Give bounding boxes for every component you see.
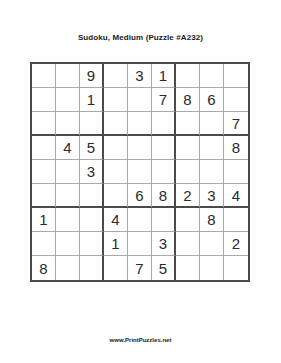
cell-r8c1 <box>32 232 56 256</box>
cell-r4c9: 8 <box>224 136 248 160</box>
cell-r4c2: 4 <box>56 136 80 160</box>
cell-r3c4 <box>104 112 128 136</box>
cell-r1c9 <box>224 64 248 88</box>
cell-r6c6: 8 <box>152 184 176 208</box>
page: Sudoku, Medium (Puzzle #A232) 9311786745… <box>0 0 281 363</box>
cell-r8c2 <box>56 232 80 256</box>
cell-r8c3 <box>80 232 104 256</box>
cell-r9c5: 7 <box>128 256 152 280</box>
cell-r2c3: 1 <box>80 88 104 112</box>
cell-r3c2 <box>56 112 80 136</box>
cell-r4c3: 5 <box>80 136 104 160</box>
cell-r7c4: 4 <box>104 208 128 232</box>
cell-r1c2 <box>56 64 80 88</box>
cell-r2c6: 7 <box>152 88 176 112</box>
cell-r4c7 <box>176 136 200 160</box>
cell-r5c2 <box>56 160 80 184</box>
cell-r8c7 <box>176 232 200 256</box>
cell-r9c4 <box>104 256 128 280</box>
cell-r9c1: 8 <box>32 256 56 280</box>
cell-r7c7 <box>176 208 200 232</box>
cell-r6c4 <box>104 184 128 208</box>
cell-r3c7 <box>176 112 200 136</box>
cell-r6c9: 4 <box>224 184 248 208</box>
cell-r3c8 <box>200 112 224 136</box>
cell-r6c3 <box>80 184 104 208</box>
cell-r8c4: 1 <box>104 232 128 256</box>
cell-r8c8 <box>200 232 224 256</box>
cell-r5c7 <box>176 160 200 184</box>
cell-r1c7 <box>176 64 200 88</box>
cell-r7c2 <box>56 208 80 232</box>
cell-r2c9 <box>224 88 248 112</box>
cell-r4c5 <box>128 136 152 160</box>
cell-r2c5 <box>128 88 152 112</box>
cell-r2c8: 6 <box>200 88 224 112</box>
cell-r7c1: 1 <box>32 208 56 232</box>
cell-r2c4 <box>104 88 128 112</box>
cell-r1c5: 3 <box>128 64 152 88</box>
cell-r9c7 <box>176 256 200 280</box>
cell-r8c5 <box>128 232 152 256</box>
cell-r5c3: 3 <box>80 160 104 184</box>
cell-r3c6 <box>152 112 176 136</box>
cell-r1c6: 1 <box>152 64 176 88</box>
cell-r9c3 <box>80 256 104 280</box>
cell-r1c3: 9 <box>80 64 104 88</box>
cell-r6c1 <box>32 184 56 208</box>
cell-r7c9 <box>224 208 248 232</box>
cell-r6c5: 6 <box>128 184 152 208</box>
cell-r5c6 <box>152 160 176 184</box>
cell-r1c4 <box>104 64 128 88</box>
cell-r9c6: 5 <box>152 256 176 280</box>
cell-r8c9: 2 <box>224 232 248 256</box>
cell-r5c4 <box>104 160 128 184</box>
cell-r1c1 <box>32 64 56 88</box>
cell-r3c1 <box>32 112 56 136</box>
cell-r9c9 <box>224 256 248 280</box>
puzzle-title: Sudoku, Medium (Puzzle #A232) <box>0 33 281 42</box>
cell-r2c2 <box>56 88 80 112</box>
cell-r9c8 <box>200 256 224 280</box>
cell-r3c3 <box>80 112 104 136</box>
cell-r2c1 <box>32 88 56 112</box>
sudoku-board: 93117867458368234148132875 <box>30 62 250 282</box>
cell-r1c8 <box>200 64 224 88</box>
cell-r4c8 <box>200 136 224 160</box>
cell-r2c7: 8 <box>176 88 200 112</box>
footer-url: www.PrintPuzzles.net <box>0 337 281 343</box>
cell-r4c1 <box>32 136 56 160</box>
cell-r8c6: 3 <box>152 232 176 256</box>
cell-r7c5 <box>128 208 152 232</box>
cell-r9c2 <box>56 256 80 280</box>
cell-r5c1 <box>32 160 56 184</box>
cell-r4c4 <box>104 136 128 160</box>
cell-r3c5 <box>128 112 152 136</box>
cell-r5c8 <box>200 160 224 184</box>
cell-r7c8: 8 <box>200 208 224 232</box>
cell-r6c8: 3 <box>200 184 224 208</box>
cell-r7c3 <box>80 208 104 232</box>
cell-r4c6 <box>152 136 176 160</box>
cell-r5c5 <box>128 160 152 184</box>
cell-r7c6 <box>152 208 176 232</box>
cell-r3c9: 7 <box>224 112 248 136</box>
cell-r6c2 <box>56 184 80 208</box>
cell-r6c7: 2 <box>176 184 200 208</box>
cell-r5c9 <box>224 160 248 184</box>
